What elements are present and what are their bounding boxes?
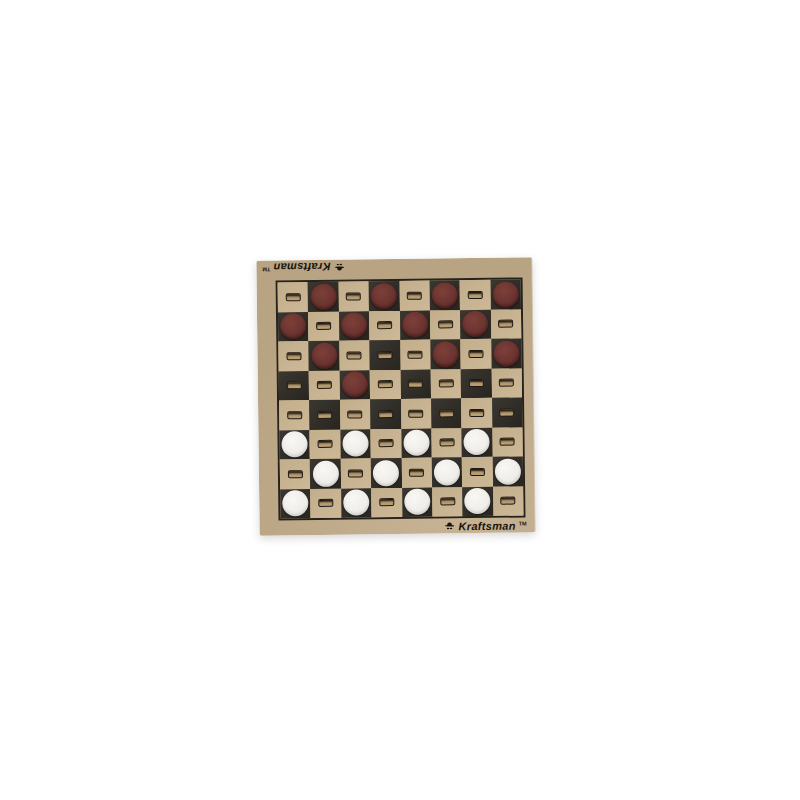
peg-slot	[318, 499, 333, 507]
square-b8[interactable]	[308, 282, 339, 312]
brand-wordmark-bottom: Kraftsman TM	[443, 519, 526, 532]
square-b3[interactable]	[310, 429, 341, 459]
checkers-board: Kraftsman TM Kraftsman TM	[256, 257, 535, 535]
white-checker-piece[interactable]	[373, 460, 399, 486]
peg-slot	[286, 381, 301, 389]
square-e4[interactable]	[401, 399, 432, 429]
peg-slot	[318, 440, 333, 448]
white-checker-piece[interactable]	[312, 460, 338, 486]
square-g8[interactable]	[460, 280, 491, 310]
white-checker-piece[interactable]	[495, 458, 521, 484]
square-g3[interactable]	[462, 427, 493, 457]
white-checker-piece[interactable]	[404, 489, 430, 515]
square-a8[interactable]	[278, 282, 309, 312]
square-e7[interactable]	[399, 310, 430, 340]
white-checker-piece[interactable]	[434, 459, 460, 485]
white-checker-piece[interactable]	[465, 488, 491, 514]
square-f5[interactable]	[431, 369, 462, 399]
peg-slot	[377, 321, 392, 329]
square-h6[interactable]	[491, 338, 522, 368]
red-checker-piece[interactable]	[432, 341, 458, 367]
peg-slot	[500, 438, 515, 446]
peg-slot	[408, 380, 423, 388]
square-g6[interactable]	[461, 339, 492, 369]
square-b6[interactable]	[309, 341, 340, 371]
square-e6[interactable]	[400, 340, 431, 370]
peg-slot	[348, 410, 363, 418]
square-a7[interactable]	[278, 312, 309, 342]
peg-slot	[287, 411, 302, 419]
square-d7[interactable]	[369, 310, 400, 340]
peg-slot	[408, 350, 423, 358]
peg-slot	[409, 468, 424, 476]
square-d4[interactable]	[370, 399, 401, 429]
peg-slot	[438, 380, 453, 388]
white-checker-piece[interactable]	[342, 431, 368, 457]
brand-name-top: Kraftsman	[273, 261, 330, 274]
square-h2[interactable]	[492, 456, 523, 486]
square-e8[interactable]	[399, 281, 430, 311]
square-h8[interactable]	[490, 279, 521, 309]
square-g1[interactable]	[462, 486, 493, 516]
peg-slot	[379, 498, 394, 506]
square-c7[interactable]	[339, 311, 370, 341]
square-f2[interactable]	[432, 457, 463, 487]
red-checker-piece[interactable]	[280, 313, 306, 339]
square-g7[interactable]	[460, 309, 491, 339]
red-checker-piece[interactable]	[462, 311, 488, 337]
brand-wordmark-top: Kraftsman TM	[262, 261, 345, 274]
square-b5[interactable]	[309, 370, 340, 400]
square-c1[interactable]	[341, 488, 372, 518]
square-b1[interactable]	[310, 488, 341, 518]
white-checker-piece[interactable]	[464, 429, 490, 455]
square-g4[interactable]	[461, 398, 492, 428]
square-d3[interactable]	[371, 428, 402, 458]
red-checker-piece[interactable]	[342, 372, 368, 398]
square-e1[interactable]	[402, 487, 433, 517]
peg-slot	[408, 409, 423, 417]
square-h4[interactable]	[492, 397, 523, 427]
white-checker-piece[interactable]	[282, 431, 308, 457]
square-a1[interactable]	[280, 489, 311, 519]
red-checker-piece[interactable]	[310, 283, 336, 309]
hat-mustache-logo-icon	[443, 520, 455, 532]
peg-slot	[469, 409, 484, 417]
trademark-symbol-top: TM	[262, 267, 270, 273]
square-e3[interactable]	[401, 428, 432, 458]
square-c4[interactable]	[340, 399, 371, 429]
red-checker-piece[interactable]	[311, 342, 337, 368]
square-d5[interactable]	[370, 369, 401, 399]
square-a2[interactable]	[280, 459, 311, 489]
square-e2[interactable]	[401, 458, 432, 488]
peg-slot	[501, 497, 516, 505]
peg-slot	[407, 291, 422, 299]
red-checker-piece[interactable]	[402, 312, 428, 338]
peg-slot	[347, 351, 362, 359]
peg-slot	[469, 379, 484, 387]
square-b2[interactable]	[310, 459, 341, 489]
square-c2[interactable]	[341, 458, 372, 488]
square-a5[interactable]	[279, 371, 310, 401]
square-h3[interactable]	[492, 427, 523, 457]
board-grid	[276, 277, 526, 520]
square-d6[interactable]	[369, 340, 400, 370]
square-g2[interactable]	[462, 457, 493, 487]
peg-slot	[348, 469, 363, 477]
square-h5[interactable]	[491, 368, 522, 398]
peg-slot	[438, 321, 453, 329]
trademark-symbol-bottom: TM	[519, 520, 527, 526]
square-c5[interactable]	[339, 370, 370, 400]
square-a3[interactable]	[279, 430, 310, 460]
peg-slot	[286, 352, 301, 360]
white-checker-piece[interactable]	[282, 490, 308, 516]
square-b7[interactable]	[308, 311, 339, 341]
square-c6[interactable]	[339, 340, 370, 370]
red-checker-piece[interactable]	[341, 313, 367, 339]
peg-slot	[377, 351, 392, 359]
hat-mustache-logo-icon	[333, 261, 345, 273]
peg-slot	[499, 408, 514, 416]
peg-slot	[498, 320, 513, 328]
peg-slot	[470, 468, 485, 476]
square-f3[interactable]	[431, 428, 462, 458]
white-checker-piece[interactable]	[403, 430, 429, 456]
red-checker-piece[interactable]	[432, 282, 458, 308]
peg-slot	[378, 439, 393, 447]
red-checker-piece[interactable]	[492, 281, 518, 307]
peg-slot	[439, 409, 454, 417]
square-f8[interactable]	[429, 280, 460, 310]
red-checker-piece[interactable]	[371, 283, 397, 309]
peg-slot	[378, 380, 393, 388]
peg-slot	[317, 411, 332, 419]
peg-slot	[439, 439, 454, 447]
peg-slot	[468, 350, 483, 358]
square-c8[interactable]	[338, 281, 369, 311]
brand-name-bottom: Kraftsman	[458, 520, 515, 533]
square-a6[interactable]	[278, 341, 309, 371]
square-f1[interactable]	[432, 487, 463, 517]
peg-slot	[346, 292, 361, 300]
square-h1[interactable]	[493, 486, 524, 516]
square-c3[interactable]	[340, 429, 371, 459]
peg-slot	[316, 322, 331, 330]
peg-slot	[288, 470, 303, 478]
square-b4[interactable]	[309, 400, 340, 430]
square-e5[interactable]	[400, 369, 431, 399]
peg-slot	[285, 293, 300, 301]
square-f6[interactable]	[430, 339, 461, 369]
peg-slot	[499, 379, 514, 387]
square-h7[interactable]	[491, 309, 522, 339]
peg-slot	[440, 498, 455, 506]
square-d8[interactable]	[369, 281, 400, 311]
square-a4[interactable]	[279, 400, 310, 430]
square-d2[interactable]	[371, 458, 402, 488]
square-d1[interactable]	[371, 487, 402, 517]
square-f4[interactable]	[431, 398, 462, 428]
red-checker-piece[interactable]	[493, 340, 519, 366]
peg-slot	[468, 291, 483, 299]
white-checker-piece[interactable]	[343, 490, 369, 516]
square-g5[interactable]	[461, 368, 492, 398]
peg-slot	[317, 381, 332, 389]
peg-slot	[378, 410, 393, 418]
square-f7[interactable]	[430, 310, 461, 340]
